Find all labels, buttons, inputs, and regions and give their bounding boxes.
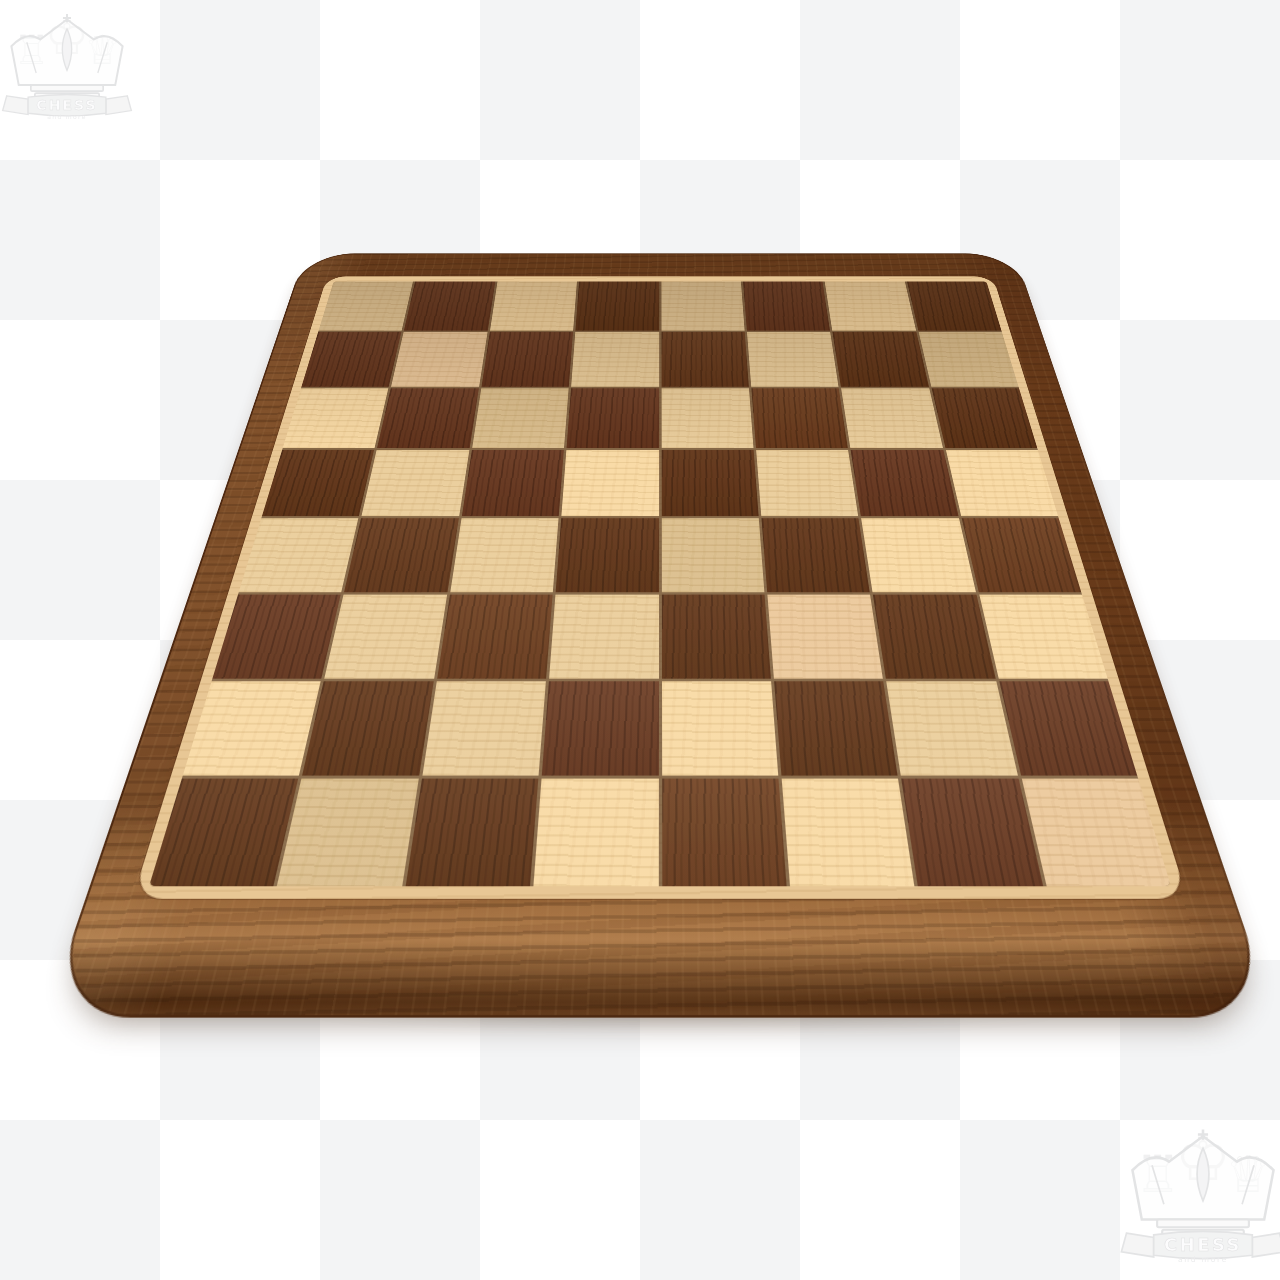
square-c8: [490, 281, 577, 330]
square-h7: [918, 332, 1018, 386]
square-c4: [450, 518, 559, 592]
square-c3: [437, 595, 553, 678]
square-b6: [377, 388, 478, 448]
square-b7: [391, 332, 487, 386]
square-g8: [825, 281, 916, 330]
square-f4: [761, 518, 870, 592]
square-h8: [907, 281, 1002, 330]
square-b3: [325, 595, 447, 678]
square-e4: [661, 518, 764, 592]
square-f2: [774, 681, 898, 775]
square-g1: [901, 778, 1042, 886]
square-e3: [661, 595, 770, 678]
square-d5: [561, 450, 658, 516]
square-f7: [747, 332, 839, 386]
square-c2: [422, 681, 546, 775]
square-c5: [462, 450, 564, 516]
crown-chess-emblem-icon: ♖ ♕ ♔ CHESS and more: [1118, 1119, 1280, 1264]
square-g6: [841, 388, 942, 448]
square-b5: [362, 450, 469, 516]
square-g5: [851, 450, 958, 516]
board-frame: [45, 253, 1275, 1017]
watermark-tagline-text: and more: [1178, 1255, 1228, 1264]
brand-watermark-bottom-right: ♖ ♕ ♔ CHESS and more: [1118, 1119, 1280, 1264]
square-f3: [767, 595, 883, 678]
crown-chess-emblem-icon: ♖ ♕ ♔ CHESS and more: [0, 6, 134, 120]
square-d3: [549, 595, 658, 678]
square-d6: [567, 388, 659, 448]
square-g4: [861, 518, 975, 592]
square-a7: [302, 332, 402, 386]
square-e7: [661, 332, 749, 386]
square-g3: [873, 595, 995, 678]
square-d4: [556, 518, 659, 592]
square-b2: [303, 681, 434, 775]
watermark-tagline-text: and more: [47, 113, 87, 120]
square-d1: [534, 778, 659, 886]
square-b8: [404, 281, 495, 330]
square-b4: [344, 518, 458, 592]
square-f6: [751, 388, 848, 448]
chess-board: [160, 33, 1160, 1033]
square-e1: [662, 778, 787, 886]
square-d7: [571, 332, 659, 386]
square-e5: [661, 450, 758, 516]
watermark-brand-text: CHESS: [1164, 1234, 1242, 1255]
square-h6: [931, 388, 1037, 448]
watermark-brand-text: CHESS: [36, 97, 97, 113]
square-e6: [661, 388, 753, 448]
brand-watermark-top-left: ♖ ♕ ♔ CHESS and more: [0, 6, 134, 120]
square-c1: [405, 778, 538, 886]
square-f5: [756, 450, 858, 516]
square-b1: [277, 778, 418, 886]
square-e2: [662, 681, 779, 775]
square-e8: [661, 281, 744, 330]
square-g2: [886, 681, 1017, 775]
square-d2: [542, 681, 659, 775]
product-photo-stage: ♖ ♕ ♔ CHESS and more ♖ ♕ ♔: [0, 0, 1280, 1280]
square-a4: [239, 518, 359, 592]
square-d8: [575, 281, 658, 330]
square-f1: [782, 778, 915, 886]
square-c7: [481, 332, 573, 386]
square-c6: [472, 388, 569, 448]
square-a5: [262, 450, 375, 516]
square-a6: [283, 388, 389, 448]
square-a8: [319, 281, 414, 330]
square-g7: [833, 332, 929, 386]
square-f8: [743, 281, 830, 330]
